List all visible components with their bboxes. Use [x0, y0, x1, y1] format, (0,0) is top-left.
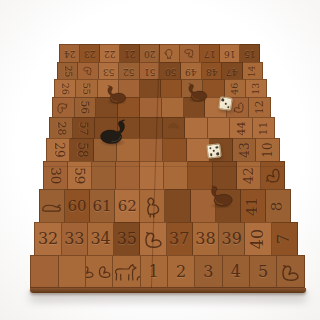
brown-swan-pawn-4 [206, 183, 237, 209]
brown-swan-pawn-1 [103, 83, 130, 106]
die-pip [221, 98, 224, 101]
die-pip [209, 147, 212, 150]
die-pip [226, 105, 229, 108]
die-pip [216, 153, 219, 156]
die-pip [213, 150, 216, 153]
die-pip [210, 153, 213, 156]
die-1-showing-3 [218, 96, 233, 111]
black-swan-pawn-3 [95, 117, 131, 147]
die-2-showing-5 [206, 143, 222, 159]
pieces-layer [0, 0, 320, 320]
brown-swan-pawn-2 [184, 81, 211, 104]
die-pip [224, 102, 227, 105]
die-pip [216, 146, 219, 149]
scene: 2423222120/>17161525/>535251504948471426… [0, 0, 320, 320]
